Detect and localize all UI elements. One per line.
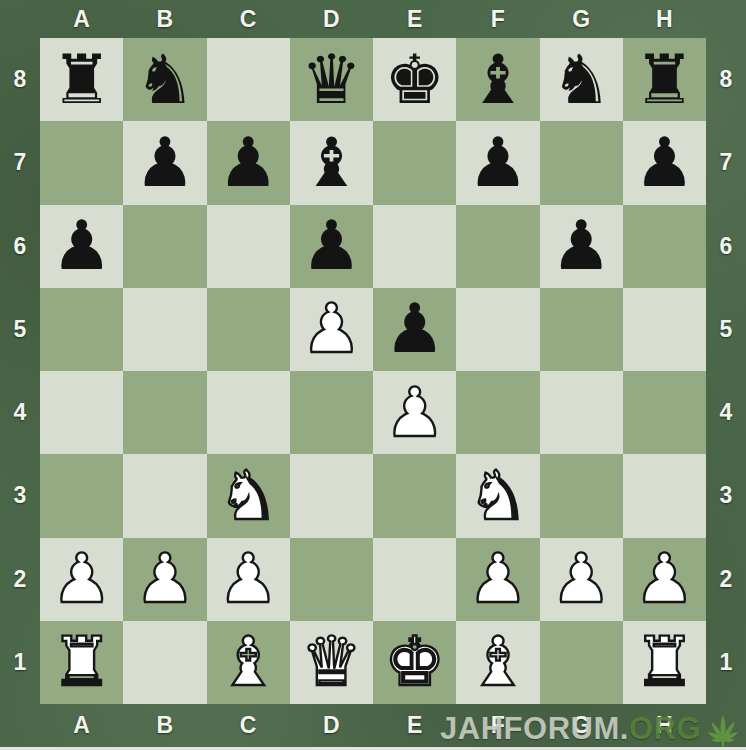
piece-black-rook: ♜	[51, 46, 112, 114]
piece-black-pawn: ♟	[51, 212, 112, 280]
square-f3[interactable]: ♞	[456, 454, 539, 537]
square-b6[interactable]	[123, 205, 206, 288]
piece-white-rook: ♜	[634, 628, 695, 696]
file-label-bottom-d: D	[323, 714, 340, 737]
rank-label-right-1: 1	[720, 651, 733, 674]
square-g5[interactable]	[540, 288, 623, 371]
rank-label-left-7: 7	[14, 151, 27, 174]
square-a7[interactable]	[40, 121, 123, 204]
rank-label-right-7: 7	[720, 151, 733, 174]
rank-labels-right: 87654321	[706, 38, 746, 704]
square-d3[interactable]	[290, 454, 373, 537]
piece-white-pawn: ♟	[301, 295, 362, 363]
piece-black-pawn: ♟	[134, 129, 195, 197]
square-g3[interactable]	[540, 454, 623, 537]
rank-label-right-8: 8	[720, 68, 733, 91]
square-d4[interactable]	[290, 371, 373, 454]
rank-label-left-2: 2	[14, 568, 27, 591]
square-d7[interactable]: ♝	[290, 121, 373, 204]
square-f2[interactable]: ♟	[456, 538, 539, 621]
file-label-top-c: C	[240, 8, 257, 31]
watermark: JAHFORUM . ORG	[440, 710, 743, 748]
file-label-top-d: D	[323, 8, 340, 31]
file-label-bottom-b: B	[157, 714, 174, 737]
square-d1[interactable]: ♛	[290, 621, 373, 704]
piece-white-pawn: ♟	[51, 545, 112, 613]
piece-black-knight: ♞	[134, 46, 195, 114]
square-f6[interactable]	[456, 205, 539, 288]
piece-black-bishop: ♝	[467, 46, 528, 114]
piece-white-knight: ♞	[467, 462, 528, 530]
piece-white-pawn: ♟	[467, 545, 528, 613]
piece-white-bishop: ♝	[218, 628, 279, 696]
piece-white-knight: ♞	[218, 462, 279, 530]
square-g1[interactable]	[540, 621, 623, 704]
square-a5[interactable]	[40, 288, 123, 371]
piece-black-pawn: ♟	[467, 129, 528, 197]
square-a3[interactable]	[40, 454, 123, 537]
square-c6[interactable]	[207, 205, 290, 288]
watermark-tld: ORG	[629, 711, 701, 747]
file-label-top-g: G	[572, 8, 590, 31]
square-h2[interactable]: ♟	[623, 538, 706, 621]
rank-label-left-1: 1	[14, 651, 27, 674]
square-c7[interactable]: ♟	[207, 121, 290, 204]
square-g2[interactable]: ♟	[540, 538, 623, 621]
chess-diagram: ABCDEFGH 87654321 87654321 ♜♞♛♚♝♞♜♟♟♝♟♟♟…	[0, 0, 746, 750]
square-c8[interactable]	[207, 38, 290, 121]
square-g7[interactable]	[540, 121, 623, 204]
file-label-top-e: E	[407, 8, 422, 31]
square-a6[interactable]: ♟	[40, 205, 123, 288]
square-d2[interactable]	[290, 538, 373, 621]
square-f5[interactable]	[456, 288, 539, 371]
piece-white-bishop: ♝	[467, 628, 528, 696]
square-e8[interactable]: ♚	[373, 38, 456, 121]
square-h6[interactable]	[623, 205, 706, 288]
piece-black-bishop: ♝	[301, 129, 362, 197]
chess-board: ♜♞♛♚♝♞♜♟♟♝♟♟♟♟♟♟♟♟♞♞♟♟♟♟♟♟♜♝♛♚♝♜	[40, 38, 706, 704]
cannabis-leaf-icon	[703, 710, 743, 748]
piece-white-pawn: ♟	[134, 545, 195, 613]
piece-black-pawn: ♟	[384, 295, 445, 363]
file-label-bottom-c: C	[240, 714, 257, 737]
rank-label-right-2: 2	[720, 568, 733, 591]
square-e1[interactable]: ♚	[373, 621, 456, 704]
piece-white-pawn: ♟	[551, 545, 612, 613]
square-e5[interactable]: ♟	[373, 288, 456, 371]
piece-white-pawn: ♟	[384, 379, 445, 447]
square-d8[interactable]: ♛	[290, 38, 373, 121]
rank-label-right-6: 6	[720, 235, 733, 258]
piece-white-pawn: ♟	[218, 545, 279, 613]
watermark-text-main: JAHFORUM	[440, 711, 620, 747]
rank-label-right-5: 5	[720, 318, 733, 341]
piece-white-rook: ♜	[51, 628, 112, 696]
file-labels-top: ABCDEFGH	[40, 0, 706, 38]
square-f8[interactable]: ♝	[456, 38, 539, 121]
piece-white-queen: ♛	[301, 628, 362, 696]
square-b4[interactable]	[123, 371, 206, 454]
piece-black-knight: ♞	[551, 46, 612, 114]
square-b8[interactable]: ♞	[123, 38, 206, 121]
square-c4[interactable]	[207, 371, 290, 454]
piece-white-pawn: ♟	[634, 545, 695, 613]
file-label-bottom-e: E	[407, 714, 422, 737]
rank-label-left-8: 8	[14, 68, 27, 91]
square-e3[interactable]	[373, 454, 456, 537]
piece-black-pawn: ♟	[634, 129, 695, 197]
rank-label-left-6: 6	[14, 235, 27, 258]
watermark-dot: .	[620, 711, 629, 747]
rank-label-left-4: 4	[14, 401, 27, 424]
square-d6[interactable]: ♟	[290, 205, 373, 288]
square-b7[interactable]: ♟	[123, 121, 206, 204]
square-f4[interactable]	[456, 371, 539, 454]
square-b2[interactable]: ♟	[123, 538, 206, 621]
square-c3[interactable]: ♞	[207, 454, 290, 537]
square-h7[interactable]: ♟	[623, 121, 706, 204]
rank-label-right-4: 4	[720, 401, 733, 424]
square-g8[interactable]: ♞	[540, 38, 623, 121]
square-h1[interactable]: ♜	[623, 621, 706, 704]
file-label-top-b: B	[157, 8, 174, 31]
file-label-top-a: A	[73, 8, 90, 31]
square-f1[interactable]: ♝	[456, 621, 539, 704]
square-h4[interactable]	[623, 371, 706, 454]
square-c1[interactable]: ♝	[207, 621, 290, 704]
square-a2[interactable]: ♟	[40, 538, 123, 621]
piece-black-pawn: ♟	[551, 212, 612, 280]
file-label-bottom-a: A	[73, 714, 90, 737]
square-e2[interactable]	[373, 538, 456, 621]
square-h3[interactable]	[623, 454, 706, 537]
rank-labels-left: 87654321	[0, 38, 40, 704]
rank-label-left-5: 5	[14, 318, 27, 341]
rank-label-right-3: 3	[720, 484, 733, 507]
file-label-top-f: F	[491, 8, 505, 31]
square-a4[interactable]	[40, 371, 123, 454]
piece-black-pawn: ♟	[218, 129, 279, 197]
square-e6[interactable]	[373, 205, 456, 288]
piece-black-pawn: ♟	[301, 212, 362, 280]
square-g4[interactable]	[540, 371, 623, 454]
square-g6[interactable]: ♟	[540, 205, 623, 288]
rank-label-left-3: 3	[14, 484, 27, 507]
square-b3[interactable]	[123, 454, 206, 537]
square-c2[interactable]: ♟	[207, 538, 290, 621]
square-e4[interactable]: ♟	[373, 371, 456, 454]
square-b5[interactable]	[123, 288, 206, 371]
square-e7[interactable]	[373, 121, 456, 204]
square-d5[interactable]: ♟	[290, 288, 373, 371]
square-f7[interactable]: ♟	[456, 121, 539, 204]
piece-black-rook: ♜	[634, 46, 695, 114]
square-h5[interactable]	[623, 288, 706, 371]
file-label-top-h: H	[656, 8, 673, 31]
piece-black-king: ♚	[384, 46, 445, 114]
square-h8[interactable]: ♜	[623, 38, 706, 121]
square-b1[interactable]	[123, 621, 206, 704]
square-a1[interactable]: ♜	[40, 621, 123, 704]
square-a8[interactable]: ♜	[40, 38, 123, 121]
square-c5[interactable]	[207, 288, 290, 371]
piece-white-king: ♚	[384, 628, 445, 696]
piece-black-queen: ♛	[301, 46, 362, 114]
